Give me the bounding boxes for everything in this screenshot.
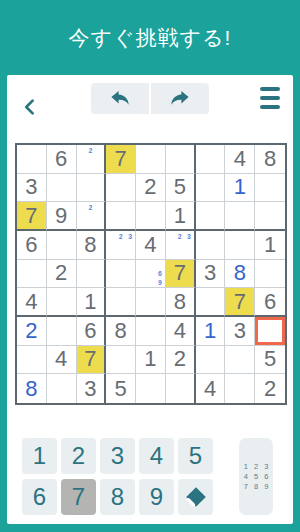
cell-value: 1	[234, 176, 246, 198]
cell-value: 3	[204, 262, 216, 284]
cell-r3c5[interactable]	[136, 202, 166, 231]
cell-r5c4[interactable]	[106, 260, 136, 289]
key-2[interactable]: 2	[61, 438, 96, 474]
cell-r4c1[interactable]: 6	[17, 231, 47, 260]
cell-r2c7[interactable]	[196, 174, 226, 203]
cell-r4c4[interactable]: 23	[106, 231, 136, 260]
cell-r2c5[interactable]: 2	[136, 174, 166, 203]
key-4[interactable]: 4	[139, 438, 174, 474]
cell-r7c1[interactable]: 2	[17, 317, 47, 346]
cell-value: 2	[55, 262, 67, 284]
eraser-button[interactable]	[178, 479, 213, 515]
cell-r5c6[interactable]: 7	[166, 260, 196, 289]
key-5[interactable]: 5	[178, 438, 213, 474]
cell-value: 3	[84, 378, 96, 400]
menu-button[interactable]	[260, 87, 280, 109]
undo-redo-group	[91, 83, 209, 114]
redo-button[interactable]	[149, 83, 209, 114]
cell-r6c7[interactable]	[196, 288, 226, 317]
cell-r5c2[interactable]: 2	[47, 260, 77, 289]
pencil-toggle-digits: 1 2 3	[242, 462, 271, 472]
cell-r8c6[interactable]: 2	[166, 346, 196, 375]
cell-value: 4	[55, 348, 67, 370]
cell-r4c5[interactable]: 4	[136, 231, 166, 260]
cell-r9c1[interactable]: 8	[17, 374, 47, 403]
pencil-mark: 3	[128, 233, 132, 240]
keypad-row-2: 6789	[22, 479, 213, 515]
cell-value: 5	[174, 176, 186, 198]
cell-r1c4[interactable]: 7	[106, 145, 136, 174]
keypad-row-1: 12345	[22, 438, 213, 474]
cell-r8c7[interactable]	[196, 346, 226, 375]
cell-value: 8	[84, 234, 96, 256]
cell-r9c4[interactable]: 5	[106, 374, 136, 403]
undo-icon	[109, 88, 131, 110]
cell-r3c1[interactable]: 7	[17, 202, 47, 231]
cell-r3c9[interactable]	[255, 202, 285, 231]
key-1[interactable]: 1	[22, 438, 57, 474]
pencil-mark: 2	[119, 233, 123, 240]
cell-value: 4	[204, 378, 216, 400]
app-card: 6274832517921682342312697384187626841347…	[7, 75, 293, 524]
cell-r6c2[interactable]	[47, 288, 77, 317]
cell-r3c3[interactable]: 2	[77, 202, 107, 231]
cell-r6c8[interactable]: 7	[225, 288, 255, 317]
cell-value: 2	[264, 378, 276, 400]
cell-r5c3[interactable]	[77, 260, 107, 289]
cell-r5c9[interactable]	[255, 260, 285, 289]
pencil-marks-toggle-button[interactable]: 1 2 34 5 67 8 9	[239, 438, 273, 515]
cell-r9c8[interactable]	[225, 374, 255, 403]
cell-value: 2	[25, 320, 37, 342]
cell-value: 4	[174, 320, 186, 342]
cell-value: 1	[204, 320, 216, 342]
redo-icon	[169, 88, 191, 110]
cell-value: 6	[25, 234, 37, 256]
chevron-left-icon	[21, 96, 39, 118]
key-7[interactable]: 7	[61, 479, 96, 515]
pencil-toggle-digits: 7 8 9	[242, 482, 271, 492]
cell-value: 8	[264, 148, 276, 170]
cell-r2c3[interactable]	[77, 174, 107, 203]
cell-value: 2	[174, 348, 186, 370]
key-9[interactable]: 9	[139, 479, 174, 515]
cell-r9c3[interactable]: 3	[77, 374, 107, 403]
cell-value: 2	[144, 176, 156, 198]
cell-r9c9[interactable]: 2	[255, 374, 285, 403]
cell-value: 1	[144, 348, 156, 370]
eraser-icon	[184, 485, 208, 509]
cell-value: 7	[234, 291, 246, 313]
cell-r9c2[interactable]	[47, 374, 77, 403]
cell-r8c5[interactable]: 1	[136, 346, 166, 375]
cell-r6c4[interactable]	[106, 288, 136, 317]
cell-r5c5[interactable]: 69	[136, 260, 166, 289]
cell-r6c9[interactable]: 6	[255, 288, 285, 317]
cell-value: 3	[234, 320, 246, 342]
cell-value: 6	[55, 148, 67, 170]
cell-value: 3	[25, 176, 37, 198]
cell-r7c9[interactable]	[255, 317, 285, 346]
cell-value: 8	[115, 320, 127, 342]
cell-r4c3[interactable]: 8	[77, 231, 107, 260]
key-8[interactable]: 8	[100, 479, 135, 515]
cell-value: 1	[174, 205, 186, 227]
cell-r9c6[interactable]	[166, 374, 196, 403]
cell-value: 7	[174, 262, 186, 284]
cell-value: 8	[25, 378, 37, 400]
cell-value: 6	[264, 291, 276, 313]
promo-banner[interactable]: 今すぐ挑戦する!	[0, 0, 300, 75]
key-6[interactable]: 6	[22, 479, 57, 515]
cell-r5c1[interactable]	[17, 260, 47, 289]
cell-value: 4	[144, 234, 156, 256]
cell-value: 8	[174, 291, 186, 313]
cell-r8c2[interactable]: 4	[47, 346, 77, 375]
cell-r7c2[interactable]	[47, 317, 77, 346]
cell-r7c6[interactable]: 4	[166, 317, 196, 346]
pencil-mark: 6	[158, 270, 162, 277]
cell-r4c7[interactable]	[196, 231, 226, 260]
promo-banner-text: 今すぐ挑戦する!	[69, 24, 232, 52]
cell-r4c6[interactable]: 23	[166, 231, 196, 260]
cell-r3c4[interactable]	[106, 202, 136, 231]
cell-r2c8[interactable]: 1	[225, 174, 255, 203]
cell-r4c2[interactable]	[47, 231, 77, 260]
cell-value: 5	[115, 378, 127, 400]
cell-r2c1[interactable]: 3	[17, 174, 47, 203]
sudoku-board: 6274832517921682342312697384187626841347…	[15, 143, 287, 405]
cell-r5c8[interactable]: 8	[225, 260, 255, 289]
cell-value: 4	[25, 291, 37, 313]
cell-r7c5[interactable]	[136, 317, 166, 346]
cell-r8c9[interactable]: 5	[255, 346, 285, 375]
cell-r1c6[interactable]	[166, 145, 196, 174]
cell-r1c9[interactable]: 8	[255, 145, 285, 174]
back-button[interactable]	[19, 95, 41, 119]
cell-value: 5	[264, 348, 276, 370]
cell-r6c1[interactable]: 4	[17, 288, 47, 317]
cell-r6c5[interactable]	[136, 288, 166, 317]
cell-value: 7	[25, 205, 37, 227]
cell-value: 9	[55, 205, 67, 227]
cell-r4c8[interactable]	[225, 231, 255, 260]
cell-r2c6[interactable]: 5	[166, 174, 196, 203]
cell-r9c7[interactable]: 4	[196, 374, 226, 403]
cell-r4c9[interactable]: 1	[255, 231, 285, 260]
cell-r7c4[interactable]: 8	[106, 317, 136, 346]
cell-r3c2[interactable]: 9	[47, 202, 77, 231]
cell-r6c6[interactable]: 8	[166, 288, 196, 317]
cell-r7c8[interactable]: 3	[225, 317, 255, 346]
cell-value: 4	[234, 148, 246, 170]
cell-r1c1[interactable]	[17, 145, 47, 174]
cell-r3c8[interactable]	[225, 202, 255, 231]
cell-r8c1[interactable]	[17, 346, 47, 375]
cell-value: 1	[264, 234, 276, 256]
cell-r1c5[interactable]	[136, 145, 166, 174]
key-3[interactable]: 3	[100, 438, 135, 474]
cell-value: 6	[84, 320, 96, 342]
pencil-mark: 2	[88, 204, 92, 211]
cell-r3c7[interactable]	[196, 202, 226, 231]
cell-value: 8	[234, 262, 246, 284]
cell-r2c4[interactable]	[106, 174, 136, 203]
cell-r2c9[interactable]	[255, 174, 285, 203]
cell-r7c3[interactable]: 6	[77, 317, 107, 346]
pencil-mark: 2	[178, 233, 182, 240]
cell-r2c2[interactable]	[47, 174, 77, 203]
cell-r1c7[interactable]	[196, 145, 226, 174]
pencil-mark: 2	[88, 147, 92, 154]
cell-r1c8[interactable]: 4	[225, 145, 255, 174]
cell-r8c4[interactable]	[106, 346, 136, 375]
cell-value: 1	[84, 291, 96, 313]
cell-r1c2[interactable]: 6	[47, 145, 77, 174]
cell-r8c3[interactable]: 7	[77, 346, 107, 375]
pencil-mark: 9	[158, 279, 162, 286]
pencil-toggle-digits: 4 5 6	[242, 472, 271, 482]
cell-value: 7	[84, 348, 96, 370]
undo-button[interactable]	[91, 83, 149, 114]
cell-r3c6[interactable]: 1	[166, 202, 196, 231]
cell-r7c7[interactable]: 1	[196, 317, 226, 346]
cell-r1c3[interactable]: 2	[77, 145, 107, 174]
cell-r9c5[interactable]	[136, 374, 166, 403]
cell-r6c3[interactable]: 1	[77, 288, 107, 317]
cell-value: 7	[115, 148, 127, 170]
cell-r8c8[interactable]	[225, 346, 255, 375]
pencil-mark: 3	[187, 233, 191, 240]
cell-r5c7[interactable]: 3	[196, 260, 226, 289]
